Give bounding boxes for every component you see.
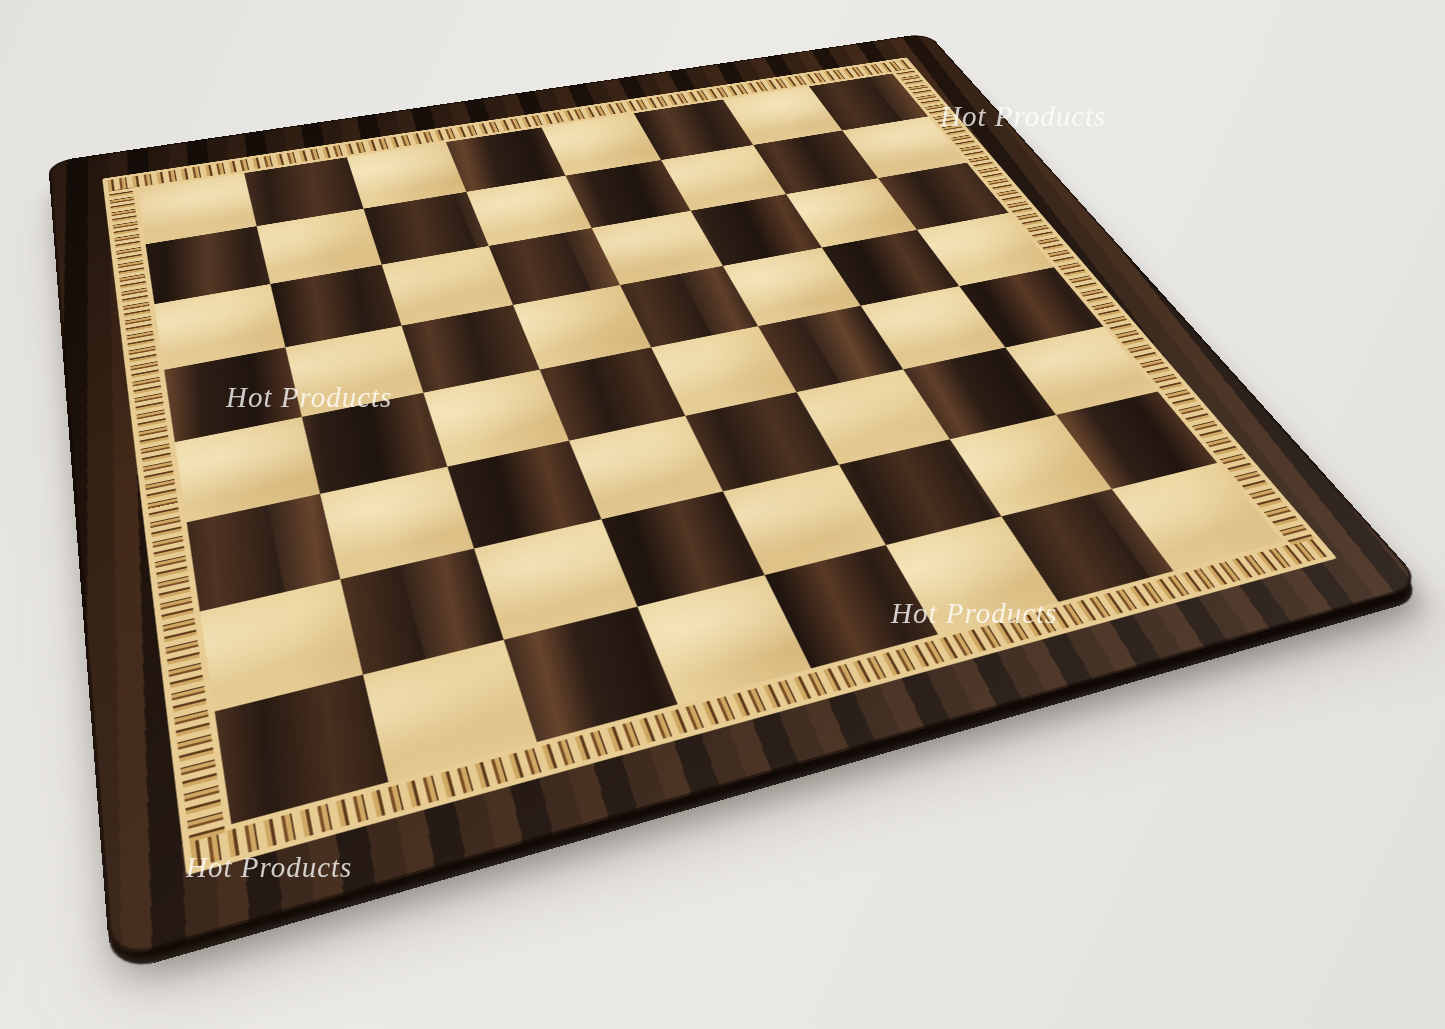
- product-photo-scene: Hot Products Hot Products Hot Products H…: [0, 0, 1445, 1029]
